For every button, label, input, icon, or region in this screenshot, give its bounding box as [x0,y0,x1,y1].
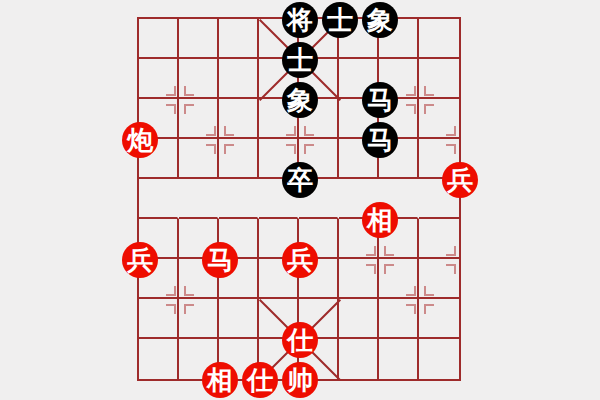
xiangqi-board-screenshot: 将士象士象马马卒炮兵相兵马兵仕相仕帅 [0,0,600,400]
piece-black-general[interactable]: 将 [282,2,318,38]
piece-red-soldier[interactable]: 兵 [282,242,318,278]
piece-black-horse[interactable]: 马 [362,122,398,158]
point-marker-corner [184,286,194,296]
piece-red-soldier[interactable]: 兵 [122,242,158,278]
point-marker-corner [206,126,216,136]
piece-black-horse[interactable]: 马 [362,82,398,118]
point-marker-corner [406,104,416,114]
board-cell [139,339,179,379]
board-cell [379,339,419,379]
board-cell [339,339,379,379]
point-marker [366,246,394,274]
point-marker-corner [184,104,194,114]
point-marker-corner [424,104,434,114]
point-marker-corner [384,264,394,274]
point-marker-corner [304,126,314,136]
board-cell [219,59,259,99]
point-marker-corner [406,86,416,96]
river-cell [179,179,219,219]
point-marker-corner [184,86,194,96]
point-marker-corner [446,144,456,154]
point-marker [406,286,434,314]
point-marker [446,246,474,274]
point-marker-corner [304,144,314,154]
piece-black-advisor[interactable]: 士 [282,42,318,78]
river-cell [219,179,259,219]
point-marker-corner [166,304,176,314]
point-marker [166,86,194,114]
piece-red-soldier[interactable]: 兵 [442,162,478,198]
piece-black-advisor[interactable]: 士 [322,2,358,38]
piece-black-elephant[interactable]: 象 [362,2,398,38]
point-marker-corner [366,246,376,256]
point-marker-corner [286,144,296,154]
point-marker-corner [366,264,376,274]
piece-red-advisor[interactable]: 仕 [282,322,318,358]
piece-black-elephant[interactable]: 象 [282,82,318,118]
point-marker [286,126,314,154]
point-marker-corner [446,126,456,136]
point-marker [446,126,474,154]
point-marker-corner [406,304,416,314]
point-marker-corner [384,246,394,256]
point-marker-corner [424,286,434,296]
point-marker-corner [446,246,456,256]
point-marker [406,86,434,114]
piece-black-soldier[interactable]: 卒 [282,162,318,198]
point-marker-corner [224,126,234,136]
point-marker-corner [184,304,194,314]
piece-red-advisor[interactable]: 仕 [242,362,278,398]
point-marker-corner [166,86,176,96]
point-marker [206,126,234,154]
piece-red-general[interactable]: 帅 [282,362,318,398]
point-marker-corner [424,304,434,314]
point-marker-corner [446,264,456,274]
board-cell [139,19,179,59]
point-marker-corner [406,286,416,296]
point-marker-corner [206,144,216,154]
piece-red-cannon[interactable]: 炮 [122,122,158,158]
piece-red-elephant[interactable]: 相 [362,202,398,238]
point-marker-corner [166,286,176,296]
board-cell [179,19,219,59]
point-marker-corner [224,144,234,154]
river-cell [139,179,179,219]
board-cell [339,299,379,339]
point-marker-corner [424,86,434,96]
piece-red-horse[interactable]: 马 [202,242,238,278]
board-cell [419,19,459,59]
point-marker [166,286,194,314]
board-cell [219,19,259,59]
board-cell [219,299,259,339]
point-marker-corner [166,104,176,114]
board-cell [419,339,459,379]
point-marker-corner [286,126,296,136]
piece-red-elephant[interactable]: 相 [202,362,238,398]
